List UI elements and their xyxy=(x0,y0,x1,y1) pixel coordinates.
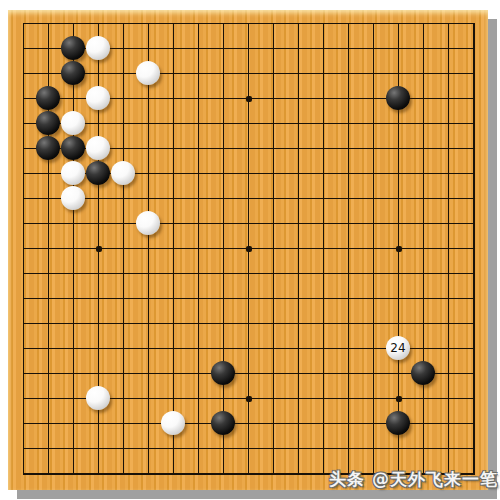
board-point[interactable] xyxy=(161,411,186,436)
black-stone xyxy=(36,136,60,160)
board-point[interactable] xyxy=(36,111,61,136)
board-point[interactable] xyxy=(211,411,236,436)
board-point[interactable] xyxy=(86,36,111,61)
board-point[interactable] xyxy=(86,136,111,161)
black-stone xyxy=(86,161,110,185)
white-stone xyxy=(61,111,85,135)
black-stone xyxy=(61,36,85,60)
board-point[interactable] xyxy=(36,136,61,161)
black-stone xyxy=(61,136,85,160)
move-number-label: 24 xyxy=(390,342,405,354)
white-stone xyxy=(86,386,110,410)
white-stone xyxy=(86,86,110,110)
board-point[interactable] xyxy=(86,386,111,411)
board-point[interactable] xyxy=(86,86,111,111)
board-point[interactable] xyxy=(136,211,161,236)
board-point[interactable] xyxy=(386,86,411,111)
white-stone xyxy=(61,161,85,185)
board-point[interactable] xyxy=(386,411,411,436)
board-point[interactable] xyxy=(61,186,86,211)
board-point[interactable]: 24 xyxy=(386,336,411,361)
black-stone xyxy=(36,111,60,135)
black-stone xyxy=(36,86,60,110)
black-stone xyxy=(61,61,85,85)
board-point[interactable] xyxy=(111,161,136,186)
black-stone xyxy=(411,361,435,385)
board-point[interactable] xyxy=(61,36,86,61)
white-stone xyxy=(136,61,160,85)
board-point[interactable] xyxy=(36,86,61,111)
black-stone xyxy=(386,86,410,110)
black-stone xyxy=(211,411,235,435)
go-board: 24 xyxy=(8,10,488,490)
watermark: 头条 @天外飞来一笔 xyxy=(329,468,498,491)
black-stone xyxy=(386,411,410,435)
board-point[interactable] xyxy=(86,161,111,186)
board-point[interactable] xyxy=(61,136,86,161)
board-point[interactable] xyxy=(61,61,86,86)
board-point[interactable] xyxy=(61,111,86,136)
white-stone xyxy=(136,211,160,235)
board-grid[interactable]: 24 xyxy=(11,11,486,486)
board-point[interactable] xyxy=(211,361,236,386)
white-stone xyxy=(86,136,110,160)
white-stone xyxy=(61,186,85,210)
white-stone xyxy=(111,161,135,185)
black-stone xyxy=(211,361,235,385)
white-stone xyxy=(86,36,110,60)
board-point[interactable] xyxy=(61,161,86,186)
white-stone xyxy=(161,411,185,435)
board-point[interactable] xyxy=(411,361,436,386)
white-stone: 24 xyxy=(386,336,410,360)
board-point[interactable] xyxy=(136,61,161,86)
